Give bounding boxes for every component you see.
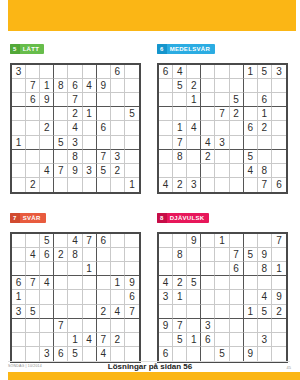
puzzle6-cell-r2c9[interactable]	[272, 79, 286, 93]
puzzle6-cell-r2c2: 5	[173, 79, 187, 93]
puzzle8-cell-r7c8[interactable]	[258, 319, 272, 333]
puzzle6-cell-r3c8: 6	[258, 93, 272, 107]
puzzle7-cell-r8c2[interactable]	[26, 333, 40, 347]
puzzle5-cell-r7c9[interactable]	[125, 150, 139, 164]
puzzle8-cell-r2c4[interactable]	[201, 248, 215, 262]
puzzle8-cell-r9c9[interactable]	[272, 347, 286, 361]
puzzle8-cell-r4c5[interactable]	[215, 276, 229, 290]
puzzle5-cell-r9c9: 1	[125, 178, 139, 192]
puzzle8-cell-r9c4[interactable]	[201, 347, 215, 361]
puzzle5-cell-r6c8[interactable]	[111, 136, 125, 150]
puzzle7-cell-r9c9[interactable]	[125, 347, 139, 361]
puzzle7-cell-r5c6[interactable]	[83, 290, 97, 304]
puzzle5-cell-r5c8[interactable]	[111, 121, 125, 135]
puzzle8-cell-r4c9[interactable]	[272, 276, 286, 290]
puzzle7-cell-r8c4[interactable]	[54, 333, 68, 347]
puzzle8-cell-r9c2[interactable]	[173, 347, 187, 361]
puzzle6-cell-r7c3[interactable]	[187, 150, 201, 164]
puzzle5-cell-r6c2[interactable]	[26, 136, 40, 150]
puzzle8-cell-r6c8: 5	[258, 305, 272, 319]
puzzle6-cell-r7c1[interactable]	[159, 150, 173, 164]
puzzle7-cell-r4c5[interactable]	[68, 276, 82, 290]
puzzle5-cell-r3c1[interactable]	[12, 93, 26, 107]
puzzle6-cell-r4c1[interactable]	[159, 107, 173, 121]
puzzle8-cell-r8c1[interactable]	[159, 333, 173, 347]
puzzle8-cell-r8c4: 6	[201, 333, 215, 347]
puzzle8-cell-r3c8: 8	[258, 262, 272, 276]
puzzle8-cell-r2c9[interactable]	[272, 248, 286, 262]
puzzle6-cell-r1c2: 4	[173, 65, 187, 79]
puzzle5-cell-r6c9[interactable]	[125, 136, 139, 150]
puzzle7-cell-r2c9[interactable]	[125, 248, 139, 262]
puzzle6-cell-r8c8: 8	[258, 164, 272, 178]
puzzle8-cell-r1c6[interactable]	[230, 234, 244, 248]
puzzle6-cell-r2c1[interactable]	[159, 79, 173, 93]
puzzle6-cell-r6c4: 4	[201, 136, 215, 150]
puzzle7-cell-r9c1[interactable]	[12, 347, 26, 361]
page-number: 45	[287, 365, 291, 370]
puzzle8-cell-r1c3: 9	[187, 234, 201, 248]
puzzle8-cell-r6c3[interactable]	[187, 305, 201, 319]
puzzle7-cell-r4c1: 6	[12, 276, 26, 290]
puzzle6-cell-r1c5[interactable]	[215, 65, 229, 79]
puzzle7-cell-r4c4[interactable]	[54, 276, 68, 290]
puzzle6-cell-r6c1[interactable]	[159, 136, 173, 150]
puzzle5-cell-r5c5: 4	[68, 121, 82, 135]
puzzle8-cell-r4c8[interactable]	[258, 276, 272, 290]
difficulty-number: 8	[157, 213, 167, 223]
puzzle5-cell-r8c8: 2	[111, 164, 125, 178]
puzzle7-cell-r5c3[interactable]	[40, 290, 54, 304]
puzzle7-cell-r6c4[interactable]	[54, 305, 68, 319]
puzzle6-cell-r3c1[interactable]	[159, 93, 173, 107]
puzzle6-cell-r3c7[interactable]	[244, 93, 258, 107]
puzzle7-cell-r9c5: 5	[68, 347, 82, 361]
puzzle7-cell-r9c8[interactable]	[111, 347, 125, 361]
puzzle5-cell-r3c9[interactable]	[125, 93, 139, 107]
top-accent-bar	[8, 0, 296, 31]
puzzle6-cell-r9c5[interactable]	[215, 178, 229, 192]
puzzle5-cell-r7c5: 8	[68, 150, 82, 164]
puzzle7-cell-r7c2[interactable]	[26, 319, 40, 333]
puzzle6-cell-r8c5[interactable]	[215, 164, 229, 178]
puzzle6-cell-r9c1: 4	[159, 178, 173, 192]
puzzle5-cell-r6c7[interactable]	[97, 136, 111, 150]
puzzle5-cell-r2c1[interactable]	[12, 79, 26, 93]
puzzle5-cell-r8c9[interactable]	[125, 164, 139, 178]
puzzle5-cell-r2c9[interactable]	[125, 79, 139, 93]
puzzle6-cell-r1c1: 6	[159, 65, 173, 79]
puzzle8-cell-r9c8[interactable]	[258, 347, 272, 361]
puzzle6-cell-r6c7[interactable]	[244, 136, 258, 150]
puzzle7-cell-r7c9[interactable]	[125, 319, 139, 333]
puzzle8-cell-r6c6[interactable]	[230, 305, 244, 319]
puzzle7-cell-r2c1[interactable]	[12, 248, 26, 262]
puzzle8-cell-r3c2[interactable]	[173, 262, 187, 276]
puzzle7-cell-r1c9[interactable]	[125, 234, 139, 248]
puzzle-medelsvar: 6 MEDELSVÅR 6415352156721146274382548423…	[157, 37, 288, 194]
puzzle5-cell-r5c4[interactable]	[54, 121, 68, 135]
puzzle7-cell-r3c7[interactable]	[97, 262, 111, 276]
puzzle5-cell-r7c4[interactable]	[54, 150, 68, 164]
puzzle8-cell-r1c4[interactable]	[201, 234, 215, 248]
puzzle5-cell-r8c1[interactable]	[12, 164, 26, 178]
puzzle-latt: 5 LÄTT 3671864969721524615387347935221	[10, 37, 141, 194]
puzzle8-cell-r2c1[interactable]	[159, 248, 173, 262]
puzzle5-cell-r6c6[interactable]	[83, 136, 97, 150]
puzzle7-cell-r3c5[interactable]	[68, 262, 82, 276]
puzzle-svar: 7 SVÅR 547646281674191635247714723654	[10, 206, 141, 363]
puzzle7-cell-r6c1: 3	[12, 305, 26, 319]
puzzle5-cell-r9c6[interactable]	[83, 178, 97, 192]
puzzle5-cell-r3c4[interactable]	[54, 93, 68, 107]
puzzle7-cell-r7c8[interactable]	[111, 319, 125, 333]
puzzle7-cell-r7c1[interactable]	[12, 319, 26, 333]
puzzle5-cell-r9c3[interactable]	[40, 178, 54, 192]
puzzle5-cell-r5c9[interactable]	[125, 121, 139, 135]
puzzle8-cell-r1c7[interactable]	[244, 234, 258, 248]
puzzle6-cell-r8c9[interactable]	[272, 164, 286, 178]
puzzle5-cell-r6c4: 5	[54, 136, 68, 150]
puzzle6-cell-r4c2[interactable]	[173, 107, 187, 121]
puzzle7-cell-r1c3: 5	[40, 234, 54, 248]
puzzle5-cell-r1c4[interactable]	[54, 65, 68, 79]
puzzle8-cell-r5c5[interactable]	[215, 290, 229, 304]
puzzle6-cell-r2c6[interactable]	[230, 79, 244, 93]
puzzle5-cell-r3c5: 7	[68, 93, 82, 107]
puzzle8-cell-r3c3[interactable]	[187, 262, 201, 276]
puzzle7-cell-r8c1[interactable]	[12, 333, 26, 347]
puzzle7-cell-r3c4[interactable]	[54, 262, 68, 276]
puzzle8-cell-r3c9: 1	[272, 262, 286, 276]
puzzle8-cell-r8c3: 1	[187, 333, 201, 347]
difficulty-badge-djavulsk: 8 DJÄVULSK	[157, 213, 209, 223]
puzzle8-cell-r7c6[interactable]	[230, 319, 244, 333]
puzzle8-cell-r2c5[interactable]	[215, 248, 229, 262]
puzzle8-cell-r8c9[interactable]	[272, 333, 286, 347]
puzzle6-cell-r5c4[interactable]	[201, 121, 215, 135]
puzzle8-cell-r5c8: 4	[258, 290, 272, 304]
puzzle7-cell-r3c8[interactable]	[111, 262, 125, 276]
puzzle6-cell-r4c4[interactable]	[201, 107, 215, 121]
puzzle7-cell-r1c7: 6	[97, 234, 111, 248]
puzzle6-cell-r8c4[interactable]	[201, 164, 215, 178]
puzzle8-cell-r6c9: 2	[272, 305, 286, 319]
puzzle6-cell-r1c4[interactable]	[201, 65, 215, 79]
puzzle5-cell-r9c4[interactable]	[54, 178, 68, 192]
puzzle8-cell-r3c1[interactable]	[159, 262, 173, 276]
puzzle7-cell-r2c6[interactable]	[83, 248, 97, 262]
puzzle6-cell-r9c7[interactable]	[244, 178, 258, 192]
puzzle7-cell-r6c6[interactable]	[83, 305, 97, 319]
puzzle8-cell-r3c5[interactable]	[215, 262, 229, 276]
puzzle8-cell-r9c6[interactable]	[230, 347, 244, 361]
puzzle6-cell-r2c3: 2	[187, 79, 201, 93]
puzzle6-cell-r9c3: 3	[187, 178, 201, 192]
puzzle7-cell-r8c6: 4	[83, 333, 97, 347]
puzzle6-cell-r5c7: 6	[244, 121, 258, 135]
puzzle6-cell-r2c7[interactable]	[244, 79, 258, 93]
puzzle6-cell-r6c9[interactable]	[272, 136, 286, 150]
sudoku-board-latt: 3671864969721524615387347935221	[10, 63, 141, 194]
puzzle7-cell-r3c3[interactable]	[40, 262, 54, 276]
puzzle7-cell-r1c5: 4	[68, 234, 82, 248]
bottom-accent-bar	[8, 372, 300, 380]
puzzle5-cell-r5c2[interactable]	[26, 121, 40, 135]
puzzle6-cell-r3c3: 1	[187, 93, 201, 107]
puzzle6-cell-r8c2[interactable]	[173, 164, 187, 178]
puzzle6-cell-r4c8: 1	[258, 107, 272, 121]
puzzle8-cell-r9c3[interactable]	[187, 347, 201, 361]
puzzle7-cell-r6c5[interactable]	[68, 305, 82, 319]
puzzle8-cell-r6c1[interactable]	[159, 305, 173, 319]
puzzle6-cell-r4c3[interactable]	[187, 107, 201, 121]
puzzle6-cell-r2c8[interactable]	[258, 79, 272, 93]
puzzle5-cell-r8c6: 3	[83, 164, 97, 178]
puzzle8-cell-r8c8: 3	[258, 333, 272, 347]
puzzle7-cell-r5c5[interactable]	[68, 290, 82, 304]
puzzle8-cell-r5c6[interactable]	[230, 290, 244, 304]
puzzle5-cell-r5c1[interactable]	[12, 121, 26, 135]
puzzle6-cell-r6c8[interactable]	[258, 136, 272, 150]
puzzle6-cell-r2c4[interactable]	[201, 79, 215, 93]
puzzle7-cell-r8c8: 2	[111, 333, 125, 347]
puzzle8-cell-r7c5[interactable]	[215, 319, 229, 333]
puzzle5-cell-r5c6[interactable]	[83, 121, 97, 135]
difficulty-number: 7	[10, 213, 20, 223]
puzzle6-cell-r7c6[interactable]	[230, 150, 244, 164]
puzzle8-cell-r2c8: 9	[258, 248, 272, 262]
puzzle7-cell-r7c7[interactable]	[97, 319, 111, 333]
puzzle7-cell-r5c9: 6	[125, 290, 139, 304]
sudoku-board-medelsvar: 641535215672114627438254842376	[157, 63, 288, 194]
puzzle6-cell-r3c2[interactable]	[173, 93, 187, 107]
puzzle6-cell-r6c3[interactable]	[187, 136, 201, 150]
puzzle7-cell-r7c4: 7	[54, 319, 68, 333]
puzzle7-cell-r2c8[interactable]	[111, 248, 125, 262]
puzzle5-cell-r1c6[interactable]	[83, 65, 97, 79]
puzzle5-cell-r9c1[interactable]	[12, 178, 26, 192]
puzzle8-cell-r1c9: 7	[272, 234, 286, 248]
puzzle5-cell-r8c3: 4	[40, 164, 54, 178]
puzzle6-cell-r4c7[interactable]	[244, 107, 258, 121]
puzzle8-cell-r5c7[interactable]	[244, 290, 258, 304]
puzzle5-cell-r6c3[interactable]	[40, 136, 54, 150]
puzzle8-cell-r1c8[interactable]	[258, 234, 272, 248]
puzzle8-cell-r1c2[interactable]	[173, 234, 187, 248]
puzzle6-cell-r8c1[interactable]	[159, 164, 173, 178]
puzzle5-cell-r7c3[interactable]	[40, 150, 54, 164]
puzzle5-cell-r9c7[interactable]	[97, 178, 111, 192]
puzzle6-cell-r9c4[interactable]	[201, 178, 215, 192]
puzzle8-cell-r5c1: 3	[159, 290, 173, 304]
puzzle5-cell-r7c1[interactable]	[12, 150, 26, 164]
puzzle7-cell-r5c1: 1	[12, 290, 26, 304]
puzzle8-cell-r6c2[interactable]	[173, 305, 187, 319]
puzzle6-cell-r6c2: 7	[173, 136, 187, 150]
puzzle7-cell-r8c3[interactable]	[40, 333, 54, 347]
puzzle5-cell-r7c6[interactable]	[83, 150, 97, 164]
puzzle5-cell-r4c8[interactable]	[111, 107, 125, 121]
puzzle6-cell-r7c9[interactable]	[272, 150, 286, 164]
puzzle7-cell-r6c3[interactable]	[40, 305, 54, 319]
puzzle7-cell-r9c2[interactable]	[26, 347, 40, 361]
puzzle7-cell-r4c8: 1	[111, 276, 125, 290]
puzzle5-cell-r8c2[interactable]	[26, 164, 40, 178]
puzzle7-cell-r8c9[interactable]	[125, 333, 139, 347]
puzzle7-cell-r7c5[interactable]	[68, 319, 82, 333]
puzzle7-cell-r1c8[interactable]	[111, 234, 125, 248]
puzzle8-cell-r4c6[interactable]	[230, 276, 244, 290]
puzzle6-cell-r7c8[interactable]	[258, 150, 272, 164]
puzzle5-cell-r4c3[interactable]	[40, 107, 54, 121]
puzzle6-cell-r2c5[interactable]	[215, 79, 229, 93]
puzzle5-cell-r5c3: 2	[40, 121, 54, 135]
puzzle6-cell-r3c9[interactable]	[272, 93, 286, 107]
puzzle8-cell-r3c4[interactable]	[201, 262, 215, 276]
puzzle5-cell-r4c7[interactable]	[97, 107, 111, 121]
puzzle6-cell-r5c8: 2	[258, 121, 272, 135]
puzzle6-cell-r3c5[interactable]	[215, 93, 229, 107]
puzzle8-cell-r7c1: 9	[159, 319, 173, 333]
puzzle6-cell-r8c7: 4	[244, 164, 258, 178]
puzzle5-cell-r1c7[interactable]	[97, 65, 111, 79]
puzzle8-cell-r6c4[interactable]	[201, 305, 215, 319]
puzzle5-cell-r2c3: 1	[40, 79, 54, 93]
puzzle5-cell-r8c4: 7	[54, 164, 68, 178]
puzzle7-cell-r4c2: 7	[26, 276, 40, 290]
puzzle7-cell-r1c1[interactable]	[12, 234, 26, 248]
puzzle5-cell-r1c9[interactable]	[125, 65, 139, 79]
puzzle6-cell-r6c6[interactable]	[230, 136, 244, 150]
puzzle7-cell-r1c2[interactable]	[26, 234, 40, 248]
puzzle5-cell-r8c5: 9	[68, 164, 82, 178]
puzzle5-cell-r9c8[interactable]	[111, 178, 125, 192]
puzzle6-cell-r5c2: 1	[173, 121, 187, 135]
sudoku-board-djavulsk: 917875968142531491529735163659	[157, 232, 288, 363]
puzzle6-cell-r8c6[interactable]	[230, 164, 244, 178]
puzzle7-cell-r7c3[interactable]	[40, 319, 54, 333]
puzzle5-cell-r9c5[interactable]	[68, 178, 82, 192]
puzzle5-cell-r3c3: 9	[40, 93, 54, 107]
puzzle5-cell-r2c6: 4	[83, 79, 97, 93]
puzzle5-cell-r3c7[interactable]	[97, 93, 111, 107]
puzzle7-cell-r9c6[interactable]	[83, 347, 97, 361]
puzzle7-cell-r3c2[interactable]	[26, 262, 40, 276]
puzzle5-cell-r1c2[interactable]	[26, 65, 40, 79]
puzzle8-cell-r7c4: 3	[201, 319, 215, 333]
puzzle6-cell-r1c9: 3	[272, 65, 286, 79]
puzzle5-cell-r3c6[interactable]	[83, 93, 97, 107]
puzzle5-cell-r8c7: 5	[97, 164, 111, 178]
puzzle8-cell-r5c4[interactable]	[201, 290, 215, 304]
puzzle5-cell-r2c8[interactable]	[111, 79, 125, 93]
puzzle5-cell-r4c4[interactable]	[54, 107, 68, 121]
puzzle8-cell-r7c7[interactable]	[244, 319, 258, 333]
puzzle7-cell-r1c4[interactable]	[54, 234, 68, 248]
puzzle8-cell-r8c5[interactable]	[215, 333, 229, 347]
puzzle6-cell-r5c3: 4	[187, 121, 201, 135]
puzzle8-cell-r9c7: 9	[244, 347, 258, 361]
puzzle6-cell-r9c6[interactable]	[230, 178, 244, 192]
puzzle7-cell-r5c7[interactable]	[97, 290, 111, 304]
puzzle8-cell-r1c5: 1	[215, 234, 229, 248]
puzzle8-cell-r2c3[interactable]	[187, 248, 201, 262]
puzzle8-cell-r4c2: 2	[173, 276, 187, 290]
puzzle5-cell-r1c5[interactable]	[68, 65, 82, 79]
solutions-note: Lösningar på sidan 56	[0, 362, 300, 371]
puzzle5-cell-r4c1[interactable]	[12, 107, 26, 121]
puzzle6-cell-r5c5[interactable]	[215, 121, 229, 135]
puzzle8-cell-r5c3[interactable]	[187, 290, 201, 304]
puzzle8-cell-r7c2: 7	[173, 319, 187, 333]
puzzle8-cell-r7c3[interactable]	[187, 319, 201, 333]
puzzle5-cell-r3c2: 6	[26, 93, 40, 107]
puzzle7-cell-r4c7[interactable]	[97, 276, 111, 290]
puzzle7-cell-r6c8: 4	[111, 305, 125, 319]
puzzle5-cell-r2c2: 7	[26, 79, 40, 93]
puzzle7-cell-r8c5: 1	[68, 333, 82, 347]
puzzle5-cell-r1c3[interactable]	[40, 65, 54, 79]
difficulty-label: LÄTT	[20, 44, 45, 54]
puzzle5-cell-r2c7: 9	[97, 79, 111, 93]
puzzle6-cell-r1c6[interactable]	[230, 65, 244, 79]
puzzle7-cell-r5c8[interactable]	[111, 290, 125, 304]
puzzle5-cell-r4c2[interactable]	[26, 107, 40, 121]
puzzle7-cell-r3c6: 1	[83, 262, 97, 276]
puzzle6-cell-r5c9[interactable]	[272, 121, 286, 135]
puzzle7-cell-r5c4[interactable]	[54, 290, 68, 304]
puzzle5-cell-r6c5: 3	[68, 136, 82, 150]
puzzle7-cell-r3c9[interactable]	[125, 262, 139, 276]
puzzle7-cell-r2c7[interactable]	[97, 248, 111, 262]
difficulty-number: 5	[10, 44, 20, 54]
puzzle5-cell-r9c2: 2	[26, 178, 40, 192]
puzzle5-cell-r6c1: 1	[12, 136, 26, 150]
magazine-page: 5 LÄTT 3671864969721524615387347935221 6…	[0, 0, 300, 380]
puzzle6-cell-r5c1[interactable]	[159, 121, 173, 135]
puzzle8-cell-r3c7[interactable]	[244, 262, 258, 276]
puzzle7-cell-r4c6[interactable]	[83, 276, 97, 290]
puzzle8-cell-r6c5[interactable]	[215, 305, 229, 319]
puzzle8-cell-r7c9[interactable]	[272, 319, 286, 333]
difficulty-badge-svar: 7 SVÅR	[10, 213, 46, 223]
puzzle6-cell-r7c5[interactable]	[215, 150, 229, 164]
puzzle6-cell-r8c3[interactable]	[187, 164, 201, 178]
puzzle6-cell-r7c7: 5	[244, 150, 258, 164]
puzzle-djavulsk: 8 DJÄVULSK 91787596814253149152973516365…	[157, 206, 288, 363]
puzzle7-cell-r5c2[interactable]	[26, 290, 40, 304]
puzzle6-cell-r3c4[interactable]	[201, 93, 215, 107]
puzzle8-cell-r4c7[interactable]	[244, 276, 258, 290]
puzzle8-cell-r4c4[interactable]	[201, 276, 215, 290]
puzzle7-cell-r9c3: 3	[40, 347, 54, 361]
puzzle8-cell-r8c7[interactable]	[244, 333, 258, 347]
puzzle7-cell-r2c5: 8	[68, 248, 82, 262]
puzzle8-cell-r1c1[interactable]	[159, 234, 173, 248]
puzzle6-cell-r1c3[interactable]	[187, 65, 201, 79]
puzzle6-cell-r4c9[interactable]	[272, 107, 286, 121]
puzzle6-cell-r5c6[interactable]	[230, 121, 244, 135]
puzzle7-cell-r6c9: 7	[125, 305, 139, 319]
puzzle7-cell-r7c6[interactable]	[83, 319, 97, 333]
puzzle7-cell-r2c4: 2	[54, 248, 68, 262]
puzzle7-cell-r3c1[interactable]	[12, 262, 26, 276]
puzzle5-cell-r3c8[interactable]	[111, 93, 125, 107]
puzzle8-cell-r8c6[interactable]	[230, 333, 244, 347]
puzzle5-cell-r7c2[interactable]	[26, 150, 40, 164]
puzzle5-cell-r4c9: 5	[125, 107, 139, 121]
